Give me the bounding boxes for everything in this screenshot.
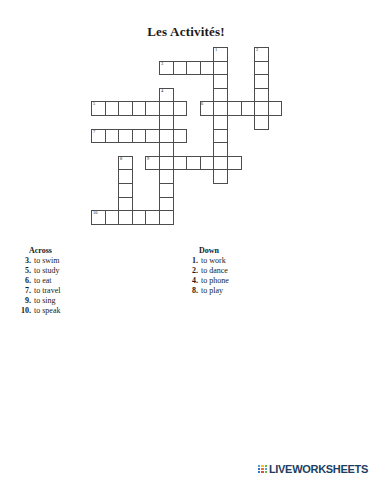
grid-cell[interactable] — [213, 142, 228, 157]
icon-square — [261, 468, 263, 470]
page-title: Les Activités! — [0, 24, 372, 40]
grid-cell[interactable] — [132, 101, 147, 116]
grid-cell[interactable] — [159, 142, 174, 157]
icon-square — [261, 465, 263, 467]
grid-cell[interactable] — [200, 156, 215, 171]
grid-cell[interactable] — [145, 210, 160, 225]
worksheet-page: Les Activités! 12345678910 Across 3.to s… — [0, 0, 372, 480]
grid-cell[interactable] — [118, 169, 133, 184]
grid-cell[interactable] — [186, 156, 201, 171]
grid-cell[interactable] — [132, 210, 147, 225]
grid-cell[interactable] — [159, 88, 174, 103]
clue-text: to dance — [198, 266, 228, 276]
clue-text: to study — [31, 266, 60, 276]
clue-number: 7. — [21, 286, 31, 296]
grid-cell[interactable] — [145, 129, 160, 144]
grid-cell[interactable] — [254, 101, 269, 116]
grid-cell[interactable] — [159, 197, 174, 212]
grid-cell[interactable] — [213, 61, 228, 76]
across-clue-list: 3.to swim5.to study6.to eat7.to travel9.… — [21, 256, 141, 316]
grid-cell[interactable] — [254, 115, 269, 130]
icon-square — [258, 468, 260, 470]
grid-cell[interactable] — [213, 88, 228, 103]
across-clue-row: 5.to study — [21, 266, 141, 276]
across-clue-row: 7.to travel — [21, 286, 141, 296]
grid-cell[interactable] — [173, 129, 188, 144]
grid-cell[interactable] — [159, 115, 174, 130]
clue-number: 6. — [21, 276, 31, 286]
grid-cell[interactable] — [213, 74, 228, 89]
icon-square — [261, 471, 263, 473]
grid-cell[interactable] — [241, 101, 256, 116]
grid-cell[interactable] — [254, 61, 269, 76]
clue-text: to travel — [31, 286, 60, 296]
icon-square — [265, 468, 267, 470]
grid-cell[interactable] — [118, 156, 133, 171]
grid-cell[interactable] — [145, 156, 160, 171]
across-clues: Across 3.to swim5.to study6.to eat7.to t… — [21, 246, 141, 316]
grid-cell[interactable] — [227, 156, 242, 171]
grid-cell[interactable] — [118, 183, 133, 198]
grid-cell[interactable] — [173, 61, 188, 76]
grid-cell[interactable] — [254, 74, 269, 89]
liveworksheets-icon — [258, 465, 267, 474]
clue-text: to sing — [31, 296, 56, 306]
grid-cell[interactable] — [254, 88, 269, 103]
grid-cell[interactable] — [105, 210, 120, 225]
grid-cell[interactable] — [213, 115, 228, 130]
down-clue-row: 2.to dance — [192, 266, 312, 276]
clue-text: to swim — [31, 256, 60, 266]
crossword-grid: 12345678910 — [91, 47, 283, 225]
grid-cell[interactable] — [118, 129, 133, 144]
icon-square — [258, 465, 260, 467]
grid-cell[interactable] — [118, 101, 133, 116]
icon-square — [265, 471, 267, 473]
clue-text: to play — [198, 286, 223, 296]
across-header: Across — [21, 246, 141, 256]
grid-cell[interactable] — [118, 210, 133, 225]
across-clue-row: 6.to eat — [21, 276, 141, 286]
clue-number: 10. — [21, 306, 31, 316]
grid-cell[interactable] — [159, 183, 174, 198]
grid-cell[interactable] — [213, 129, 228, 144]
across-clue-row: 9.to sing — [21, 296, 141, 306]
down-clue-list: 1.to work2.to dance4.to phone8.to play — [192, 256, 312, 296]
grid-cell[interactable] — [118, 197, 133, 212]
down-header: Down — [192, 246, 312, 256]
grid-cell[interactable] — [159, 61, 174, 76]
grid-cell[interactable] — [145, 101, 160, 116]
grid-cell[interactable] — [105, 129, 120, 144]
clue-number: 5. — [21, 266, 31, 276]
grid-cell[interactable] — [132, 129, 147, 144]
down-clues: Down 1.to work2.to dance4.to phone8.to p… — [192, 246, 312, 296]
down-clue-row: 8.to play — [192, 286, 312, 296]
grid-cell[interactable] — [159, 169, 174, 184]
clue-text: to speak — [31, 306, 60, 316]
grid-cell[interactable] — [159, 129, 174, 144]
grid-cell[interactable] — [213, 169, 228, 184]
across-clue-row: 10.to speak — [21, 306, 141, 316]
grid-cell[interactable] — [173, 156, 188, 171]
clue-text: to eat — [31, 276, 52, 286]
clue-number: 9. — [21, 296, 31, 306]
grid-cell[interactable] — [91, 210, 106, 225]
grid-cell[interactable] — [173, 101, 188, 116]
grid-cell[interactable] — [254, 47, 269, 62]
grid-cell[interactable] — [186, 61, 201, 76]
icon-square — [265, 465, 267, 467]
grid-cell[interactable] — [200, 101, 215, 116]
icon-square — [258, 471, 260, 473]
grid-cell[interactable] — [268, 101, 283, 116]
clue-text: to phone — [198, 276, 229, 286]
grid-cell[interactable] — [213, 47, 228, 62]
liveworksheets-link[interactable]: LIVEWORKSHEETS — [258, 463, 368, 475]
clue-number: 3. — [21, 256, 31, 266]
grid-cell[interactable] — [213, 101, 228, 116]
clue-text: to work — [198, 256, 226, 266]
grid-cell[interactable] — [213, 156, 228, 171]
grid-cell[interactable] — [159, 156, 174, 171]
grid-cell[interactable] — [159, 101, 174, 116]
down-clue-row: 4.to phone — [192, 276, 312, 286]
grid-cell[interactable] — [91, 129, 106, 144]
grid-cell[interactable] — [159, 210, 174, 225]
across-clue-row: 3.to swim — [21, 256, 141, 266]
grid-cell[interactable] — [91, 101, 106, 116]
liveworksheets-logo: LIVEWORKSHEETS — [269, 463, 368, 475]
grid-cell[interactable] — [200, 61, 215, 76]
grid-cell[interactable] — [227, 101, 242, 116]
grid-cell[interactable] — [105, 101, 120, 116]
down-clue-row: 1.to work — [192, 256, 312, 266]
